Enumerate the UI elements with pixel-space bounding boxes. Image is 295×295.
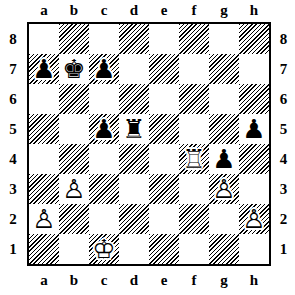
- file-label: h: [239, 267, 269, 294]
- rank-label: 6: [0, 84, 26, 114]
- square-h6[interactable]: [239, 84, 269, 114]
- file-label: c: [89, 0, 119, 21]
- file-label: b: [59, 0, 89, 21]
- square-e4[interactable]: [149, 144, 179, 174]
- square-b6[interactable]: [59, 84, 89, 114]
- file-label: g: [209, 0, 239, 21]
- square-e7[interactable]: [149, 54, 179, 84]
- square-a8[interactable]: [29, 24, 59, 54]
- square-h7[interactable]: [239, 54, 269, 84]
- square-h3[interactable]: [239, 174, 269, 204]
- square-d4[interactable]: [119, 144, 149, 174]
- piece-white-pawn[interactable]: ♙: [59, 174, 89, 204]
- square-f8[interactable]: [179, 24, 209, 54]
- square-a5[interactable]: [29, 114, 59, 144]
- square-a6[interactable]: [29, 84, 59, 114]
- square-a1[interactable]: [29, 234, 59, 264]
- square-e2[interactable]: [149, 204, 179, 234]
- square-c4[interactable]: [89, 144, 119, 174]
- piece-black-pawn[interactable]: ♟: [209, 144, 239, 174]
- rank-label: 2: [0, 204, 26, 234]
- file-labels-top: abcdefgh: [29, 0, 269, 21]
- square-g7[interactable]: [209, 54, 239, 84]
- square-f7[interactable]: [179, 54, 209, 84]
- square-h4[interactable]: [239, 144, 269, 174]
- square-b7[interactable]: ♚: [59, 54, 89, 84]
- square-c6[interactable]: [89, 84, 119, 114]
- square-c2[interactable]: [89, 204, 119, 234]
- file-label: d: [119, 0, 149, 21]
- square-e1[interactable]: [149, 234, 179, 264]
- square-d1[interactable]: [119, 234, 149, 264]
- rank-labels-left: 87654321: [0, 24, 26, 264]
- square-f5[interactable]: [179, 114, 209, 144]
- square-c3[interactable]: [89, 174, 119, 204]
- square-g1[interactable]: [209, 234, 239, 264]
- piece-black-pawn[interactable]: ♟: [29, 54, 59, 84]
- chess-board: ♟♚♟♟♜♟♜♖♟♟♙♟♙♟♙♟♙♚♔: [27, 22, 271, 266]
- piece-white-rook[interactable]: ♖: [179, 144, 209, 174]
- piece-white-king[interactable]: ♔: [89, 234, 119, 264]
- square-d5[interactable]: ♜: [119, 114, 149, 144]
- square-c7[interactable]: ♟: [89, 54, 119, 84]
- square-c8[interactable]: [89, 24, 119, 54]
- file-label: e: [149, 267, 179, 294]
- square-b2[interactable]: [59, 204, 89, 234]
- rank-label: 6: [272, 84, 295, 114]
- piece-white-pawn[interactable]: ♙: [29, 204, 59, 234]
- square-g4[interactable]: ♟: [209, 144, 239, 174]
- piece-white-pawn[interactable]: ♙: [239, 204, 269, 234]
- square-h2[interactable]: ♟♙: [239, 204, 269, 234]
- rank-label: 5: [0, 114, 26, 144]
- file-label: b: [59, 267, 89, 294]
- square-g8[interactable]: [209, 24, 239, 54]
- file-label: d: [119, 267, 149, 294]
- file-label: g: [209, 267, 239, 294]
- file-label: f: [179, 0, 209, 21]
- square-h8[interactable]: [239, 24, 269, 54]
- square-g6[interactable]: [209, 84, 239, 114]
- rank-label: 1: [272, 234, 295, 264]
- square-e6[interactable]: [149, 84, 179, 114]
- piece-white-pawn[interactable]: ♙: [209, 174, 239, 204]
- rank-label: 4: [0, 144, 26, 174]
- square-g2[interactable]: [209, 204, 239, 234]
- square-b8[interactable]: [59, 24, 89, 54]
- rank-labels-right: 87654321: [272, 24, 295, 264]
- square-a2[interactable]: ♟♙: [29, 204, 59, 234]
- square-c5[interactable]: ♟: [89, 114, 119, 144]
- square-b1[interactable]: [59, 234, 89, 264]
- square-e5[interactable]: [149, 114, 179, 144]
- rank-label: 3: [0, 174, 26, 204]
- file-label: a: [29, 267, 59, 294]
- square-a3[interactable]: [29, 174, 59, 204]
- square-f6[interactable]: [179, 84, 209, 114]
- square-e8[interactable]: [149, 24, 179, 54]
- square-b5[interactable]: [59, 114, 89, 144]
- square-a4[interactable]: [29, 144, 59, 174]
- square-h1[interactable]: [239, 234, 269, 264]
- chess-diagram: abcdefgh 87654321 87654321 abcdefgh ♟♚♟♟…: [0, 0, 295, 295]
- rank-label: 3: [272, 174, 295, 204]
- file-label: h: [239, 0, 269, 21]
- square-f3[interactable]: [179, 174, 209, 204]
- rank-label: 7: [272, 54, 295, 84]
- square-g3[interactable]: ♟♙: [209, 174, 239, 204]
- square-c1[interactable]: ♚♔: [89, 234, 119, 264]
- rank-label: 2: [272, 204, 295, 234]
- file-label: e: [149, 0, 179, 21]
- rank-label: 5: [272, 114, 295, 144]
- square-d3[interactable]: [119, 174, 149, 204]
- square-d2[interactable]: [119, 204, 149, 234]
- square-f2[interactable]: [179, 204, 209, 234]
- piece-black-pawn[interactable]: ♟: [89, 114, 119, 144]
- file-label: c: [89, 267, 119, 294]
- rank-label: 7: [0, 54, 26, 84]
- piece-black-king[interactable]: ♚: [59, 54, 89, 84]
- rank-label: 4: [272, 144, 295, 174]
- rank-label: 8: [0, 24, 26, 54]
- piece-black-pawn[interactable]: ♟: [89, 54, 119, 84]
- square-b3[interactable]: ♟♙: [59, 174, 89, 204]
- rank-label: 1: [0, 234, 26, 264]
- piece-black-rook[interactable]: ♜: [119, 114, 149, 144]
- square-f1[interactable]: [179, 234, 209, 264]
- file-label: a: [29, 0, 59, 21]
- square-g5[interactable]: [209, 114, 239, 144]
- file-label: f: [179, 267, 209, 294]
- square-e3[interactable]: [149, 174, 179, 204]
- rank-label: 8: [272, 24, 295, 54]
- piece-black-pawn[interactable]: ♟: [239, 114, 269, 144]
- square-d6[interactable]: [119, 84, 149, 114]
- file-labels-bottom: abcdefgh: [29, 267, 269, 294]
- square-b4[interactable]: [59, 144, 89, 174]
- square-d7[interactable]: [119, 54, 149, 84]
- square-h5[interactable]: ♟: [239, 114, 269, 144]
- square-f4[interactable]: ♜♖: [179, 144, 209, 174]
- square-d8[interactable]: [119, 24, 149, 54]
- square-a7[interactable]: ♟: [29, 54, 59, 84]
